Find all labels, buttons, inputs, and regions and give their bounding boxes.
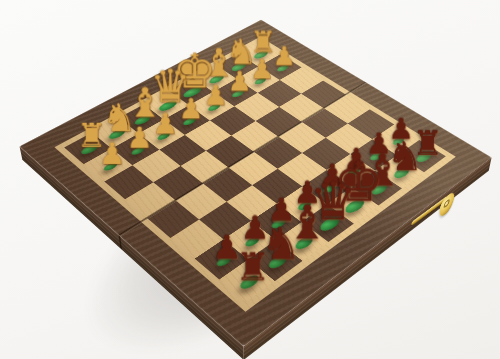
scene: ♜♞♝♛♚♝♞♜♟♟♟♟♟♟♟♟♟♟♟♟♟♟♟♟♜♞♝♛♚♝♞♜ <box>0 0 500 359</box>
black-rook-a8: ♜ <box>212 249 293 285</box>
squares-grid: ♜♞♝♛♚♝♞♜♟♟♟♟♟♟♟♟♟♟♟♟♟♟♟♟♜♞♝♛♚♝♞♜ <box>64 42 446 303</box>
maple-frame: ♜♞♝♛♚♝♞♜♟♟♟♟♟♟♟♟♟♟♟♟♟♟♟♟♜♞♝♛♚♝♞♜ <box>54 37 455 312</box>
board-top: ♜♞♝♛♚♝♞♜♟♟♟♟♟♟♟♟♟♟♟♟♟♟♟♟♜♞♝♛♚♝♞♜ <box>20 20 492 347</box>
square-a8: ♜ <box>220 260 275 303</box>
photo-background: ♜♞♝♛♚♝♞♜♟♟♟♟♟♟♟♟♟♟♟♟♟♟♟♟♜♞♝♛♚♝♞♜ <box>0 0 500 359</box>
chess-board: ♜♞♝♛♚♝♞♜♟♟♟♟♟♟♟♟♟♟♟♟♟♟♟♟♜♞♝♛♚♝♞♜ <box>20 20 492 347</box>
white-pawn-a2: ♟ <box>76 140 147 168</box>
